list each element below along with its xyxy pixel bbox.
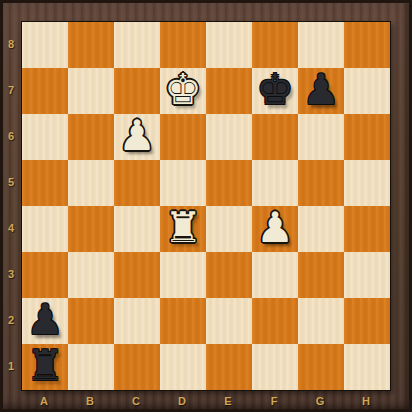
square-c5[interactable] bbox=[114, 160, 160, 206]
rank-label-2: 2 bbox=[1, 297, 21, 343]
square-e4[interactable] bbox=[206, 206, 252, 252]
square-h3[interactable] bbox=[344, 252, 390, 298]
square-d2[interactable] bbox=[160, 298, 206, 344]
square-f6[interactable] bbox=[252, 114, 298, 160]
square-e7[interactable] bbox=[206, 68, 252, 114]
square-d5[interactable] bbox=[160, 160, 206, 206]
square-h4[interactable] bbox=[344, 206, 390, 252]
square-d8[interactable] bbox=[160, 22, 206, 68]
square-e1[interactable] bbox=[206, 344, 252, 390]
square-f8[interactable] bbox=[252, 22, 298, 68]
square-h7[interactable] bbox=[344, 68, 390, 114]
square-d6[interactable] bbox=[160, 114, 206, 160]
square-b8[interactable] bbox=[68, 22, 114, 68]
square-d3[interactable] bbox=[160, 252, 206, 298]
file-label-f: F bbox=[251, 391, 297, 411]
square-a7[interactable] bbox=[22, 68, 68, 114]
square-c3[interactable] bbox=[114, 252, 160, 298]
square-d7[interactable]: ♚ bbox=[160, 68, 206, 114]
file-label-a: A bbox=[21, 391, 67, 411]
rank-label-1: 1 bbox=[1, 343, 21, 389]
square-g1[interactable] bbox=[298, 344, 344, 390]
square-e3[interactable] bbox=[206, 252, 252, 298]
square-f7[interactable]: ♚ bbox=[252, 68, 298, 114]
file-label-b: B bbox=[67, 391, 113, 411]
piece-black-rook[interactable]: ♜ bbox=[26, 345, 64, 387]
square-a6[interactable] bbox=[22, 114, 68, 160]
file-label-g: G bbox=[297, 391, 343, 411]
square-f3[interactable] bbox=[252, 252, 298, 298]
file-label-h: H bbox=[343, 391, 389, 411]
rank-label-4: 4 bbox=[1, 205, 21, 251]
piece-white-pawn[interactable]: ♟ bbox=[118, 115, 156, 157]
piece-black-king[interactable]: ♚ bbox=[256, 69, 294, 111]
square-e2[interactable] bbox=[206, 298, 252, 344]
file-label-d: D bbox=[159, 391, 205, 411]
square-g7[interactable]: ♟ bbox=[298, 68, 344, 114]
square-h8[interactable] bbox=[344, 22, 390, 68]
file-label-e: E bbox=[205, 391, 251, 411]
square-h6[interactable] bbox=[344, 114, 390, 160]
square-a4[interactable] bbox=[22, 206, 68, 252]
square-b5[interactable] bbox=[68, 160, 114, 206]
square-b6[interactable] bbox=[68, 114, 114, 160]
square-g3[interactable] bbox=[298, 252, 344, 298]
square-e6[interactable] bbox=[206, 114, 252, 160]
square-b1[interactable] bbox=[68, 344, 114, 390]
square-c1[interactable] bbox=[114, 344, 160, 390]
piece-white-rook[interactable]: ♜ bbox=[164, 207, 202, 249]
square-d4[interactable]: ♜ bbox=[160, 206, 206, 252]
square-c4[interactable] bbox=[114, 206, 160, 252]
chess-diagram: ♚♚♟♟♜♟♟♜ 87654321 ABCDEFGH bbox=[0, 0, 412, 412]
square-g8[interactable] bbox=[298, 22, 344, 68]
square-g6[interactable] bbox=[298, 114, 344, 160]
square-e8[interactable] bbox=[206, 22, 252, 68]
square-f2[interactable] bbox=[252, 298, 298, 344]
square-b4[interactable] bbox=[68, 206, 114, 252]
square-h2[interactable] bbox=[344, 298, 390, 344]
square-a3[interactable] bbox=[22, 252, 68, 298]
piece-white-pawn[interactable]: ♟ bbox=[256, 207, 294, 249]
square-a1[interactable]: ♜ bbox=[22, 344, 68, 390]
square-b7[interactable] bbox=[68, 68, 114, 114]
square-c6[interactable]: ♟ bbox=[114, 114, 160, 160]
square-c2[interactable] bbox=[114, 298, 160, 344]
square-b3[interactable] bbox=[68, 252, 114, 298]
rank-label-8: 8 bbox=[1, 21, 21, 67]
square-a5[interactable] bbox=[22, 160, 68, 206]
square-g4[interactable] bbox=[298, 206, 344, 252]
square-f1[interactable] bbox=[252, 344, 298, 390]
rank-label-6: 6 bbox=[1, 113, 21, 159]
square-f5[interactable] bbox=[252, 160, 298, 206]
square-a8[interactable] bbox=[22, 22, 68, 68]
square-c7[interactable] bbox=[114, 68, 160, 114]
square-g2[interactable] bbox=[298, 298, 344, 344]
chess-board[interactable]: ♚♚♟♟♜♟♟♜ bbox=[21, 21, 391, 391]
square-h1[interactable] bbox=[344, 344, 390, 390]
square-c8[interactable] bbox=[114, 22, 160, 68]
square-h5[interactable] bbox=[344, 160, 390, 206]
rank-label-5: 5 bbox=[1, 159, 21, 205]
rank-label-3: 3 bbox=[1, 251, 21, 297]
piece-white-king[interactable]: ♚ bbox=[164, 69, 202, 111]
piece-black-pawn[interactable]: ♟ bbox=[302, 69, 340, 111]
square-g5[interactable] bbox=[298, 160, 344, 206]
square-f4[interactable]: ♟ bbox=[252, 206, 298, 252]
file-label-c: C bbox=[113, 391, 159, 411]
square-e5[interactable] bbox=[206, 160, 252, 206]
square-d1[interactable] bbox=[160, 344, 206, 390]
rank-label-7: 7 bbox=[1, 67, 21, 113]
square-b2[interactable] bbox=[68, 298, 114, 344]
piece-black-pawn[interactable]: ♟ bbox=[26, 299, 64, 341]
square-a2[interactable]: ♟ bbox=[22, 298, 68, 344]
